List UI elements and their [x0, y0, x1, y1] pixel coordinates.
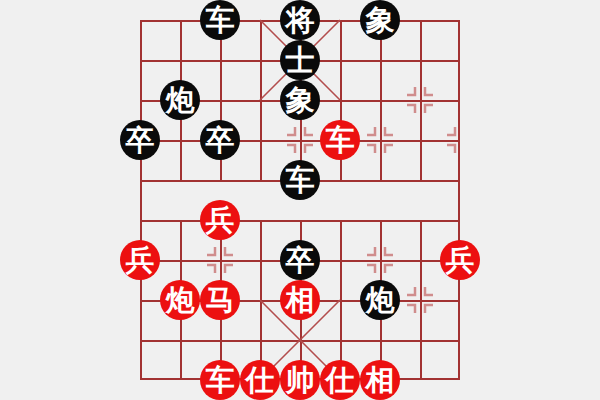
piece-red-soldier[interactable]: 兵 — [120, 240, 160, 280]
piece-black-chariot[interactable]: 车 — [200, 0, 240, 40]
piece-black-soldier[interactable]: 卒 — [120, 120, 160, 160]
piece-black-soldier[interactable]: 卒 — [200, 120, 240, 160]
piece-red-chariot[interactable]: 车 — [200, 360, 240, 400]
piece-red-horse[interactable]: 马 — [200, 280, 240, 320]
piece-red-soldier[interactable]: 兵 — [200, 200, 240, 240]
pieces-layer: 车将象士炮象卒卒车车兵兵卒兵炮马相炮车仕帅仕相 — [140, 20, 460, 380]
piece-red-advisor[interactable]: 仕 — [240, 360, 280, 400]
xiangqi-diagram: 车将象士炮象卒卒车车兵兵卒兵炮马相炮车仕帅仕相 — [0, 0, 600, 400]
piece-black-advisor[interactable]: 士 — [280, 40, 320, 80]
piece-black-soldier[interactable]: 卒 — [280, 240, 320, 280]
piece-black-cannon[interactable]: 炮 — [160, 80, 200, 120]
piece-red-advisor[interactable]: 仕 — [320, 360, 360, 400]
piece-red-general[interactable]: 帅 — [280, 360, 320, 400]
piece-red-cannon[interactable]: 炮 — [160, 280, 200, 320]
piece-red-elephant[interactable]: 相 — [360, 360, 400, 400]
piece-red-chariot[interactable]: 车 — [320, 120, 360, 160]
piece-black-elephant[interactable]: 象 — [360, 0, 400, 40]
piece-black-chariot[interactable]: 车 — [280, 160, 320, 200]
piece-red-soldier[interactable]: 兵 — [440, 240, 480, 280]
piece-black-elephant[interactable]: 象 — [280, 80, 320, 120]
piece-black-general[interactable]: 将 — [280, 0, 320, 40]
piece-red-elephant[interactable]: 相 — [280, 280, 320, 320]
piece-black-cannon[interactable]: 炮 — [360, 280, 400, 320]
